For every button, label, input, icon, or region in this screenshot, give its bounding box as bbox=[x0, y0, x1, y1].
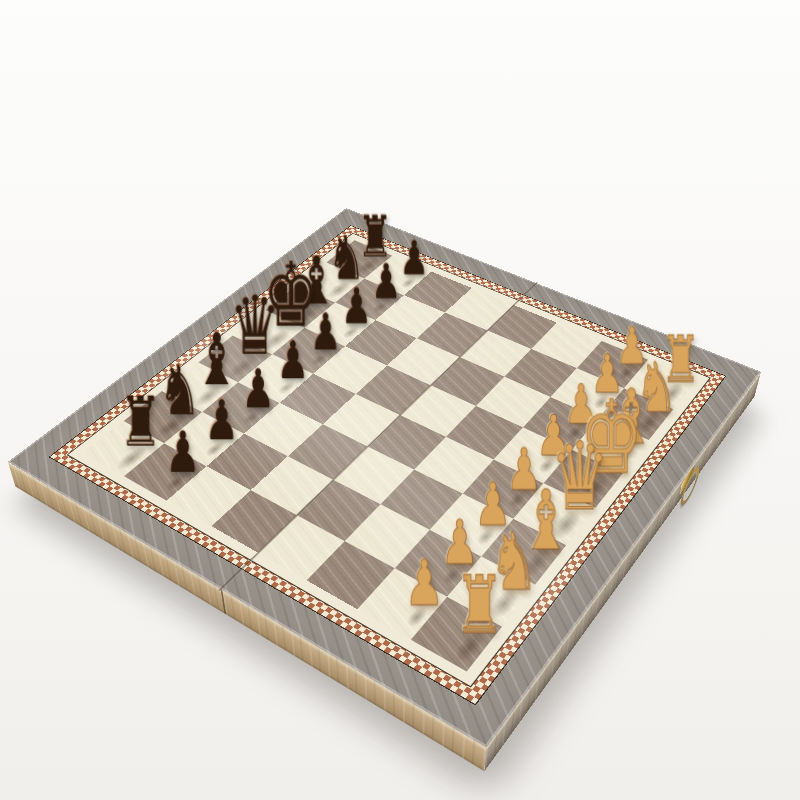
product-photo-scene: ♜♞♝♛♚♝♞♜♟♟♟♟♟♟♟♟♟♟♟♟♟♟♟♟♜♞♝♛♚♝♞♜ bbox=[0, 0, 800, 800]
box-hinge-seam bbox=[221, 589, 227, 615]
square-a8[interactable]: ♜ bbox=[83, 421, 164, 476]
folding-chess-box: ♜♞♝♛♚♝♞♜♟♟♟♟♟♟♟♟♟♟♟♟♟♟♟♟♜♞♝♛♚♝♞♜ bbox=[8, 208, 761, 747]
board-face: ♜♞♝♛♚♝♞♜♟♟♟♟♟♟♟♟♟♟♟♟♟♟♟♟♜♞♝♛♚♝♞♜ bbox=[8, 208, 761, 747]
white-rook[interactable]: ♜ bbox=[451, 566, 508, 646]
white-pawn[interactable]: ♟ bbox=[396, 551, 451, 614]
black-rook[interactable]: ♜ bbox=[116, 389, 165, 457]
square-f4[interactable] bbox=[431, 357, 505, 406]
black-pawn[interactable]: ♟ bbox=[158, 424, 208, 481]
board-frame: ♜♞♝♛♚♝♞♜♟♟♟♟♟♟♟♟♟♟♟♟♟♟♟♟♜♞♝♛♚♝♞♜ bbox=[8, 208, 761, 747]
mosaic-border: ♜♞♝♛♚♝♞♜♟♟♟♟♟♟♟♟♟♟♟♟♟♟♟♟♜♞♝♛♚♝♞♜ bbox=[49, 225, 727, 705]
